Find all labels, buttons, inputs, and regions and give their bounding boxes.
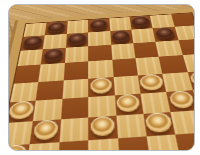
square-r8c5[interactable]	[117, 136, 150, 151]
square-r4c5[interactable]	[112, 58, 138, 76]
wooden-table-surface	[9, 5, 194, 150]
square-r6c5[interactable]	[114, 93, 143, 115]
square-r5c4[interactable]	[88, 77, 114, 97]
light-piece[interactable]	[8, 144, 28, 151]
light-piece[interactable]	[8, 100, 34, 120]
square-r6c3[interactable]	[61, 97, 88, 119]
checkers-board	[8, 8, 195, 151]
board-frame	[8, 8, 195, 151]
dark-piece[interactable]	[154, 27, 176, 40]
square-r4c3[interactable]	[64, 62, 89, 80]
square-r3c1[interactable]	[18, 49, 44, 66]
square-r4c6[interactable]	[135, 57, 162, 75]
square-r5c1[interactable]	[10, 82, 39, 102]
dark-piece[interactable]	[67, 33, 86, 46]
square-r7c4[interactable]	[88, 115, 117, 140]
square-r6c2[interactable]	[33, 99, 62, 121]
photo-thumbnail	[8, 4, 195, 151]
square-r7c7[interactable]	[171, 110, 195, 134]
light-piece[interactable]	[33, 119, 59, 141]
square-r4c1[interactable]	[14, 65, 41, 84]
dark-piece[interactable]	[131, 16, 151, 28]
square-r5c6[interactable]	[138, 73, 167, 93]
square-r3c3[interactable]	[65, 46, 89, 63]
square-r7c5[interactable]	[116, 114, 147, 139]
square-r6c7[interactable]	[166, 90, 195, 112]
dark-piece[interactable]	[111, 30, 131, 43]
dark-piece[interactable]	[47, 21, 66, 33]
square-r3c6[interactable]	[133, 42, 159, 59]
square-r2c8[interactable]	[174, 25, 195, 40]
dark-piece[interactable]	[90, 19, 108, 31]
square-r8c7[interactable]	[176, 132, 195, 151]
square-r3c2[interactable]	[41, 48, 66, 65]
square-r6c4[interactable]	[88, 95, 115, 117]
square-r3c5[interactable]	[111, 43, 136, 60]
dark-piece[interactable]	[43, 48, 64, 63]
light-piece[interactable]	[90, 77, 112, 95]
light-piece[interactable]	[168, 90, 195, 109]
square-r4c2[interactable]	[39, 63, 65, 81]
square-r8c1[interactable]	[8, 144, 30, 151]
square-r5c2[interactable]	[36, 80, 63, 100]
light-piece[interactable]	[90, 116, 115, 138]
square-r8c3[interactable]	[58, 140, 89, 151]
square-r3c4[interactable]	[88, 45, 112, 62]
square-r7c3[interactable]	[59, 117, 88, 142]
square-r8c4[interactable]	[88, 138, 119, 151]
light-piece[interactable]	[116, 93, 141, 112]
light-piece[interactable]	[139, 74, 164, 91]
dark-piece[interactable]	[23, 36, 44, 50]
square-r5c3[interactable]	[62, 78, 88, 98]
board-grid	[8, 12, 195, 151]
light-piece[interactable]	[145, 112, 173, 133]
square-r5c5[interactable]	[113, 75, 140, 95]
square-r4c4[interactable]	[88, 60, 113, 78]
square-r6c1[interactable]	[8, 100, 36, 122]
square-r8c2[interactable]	[27, 142, 60, 151]
square-r7c2[interactable]	[30, 119, 61, 144]
